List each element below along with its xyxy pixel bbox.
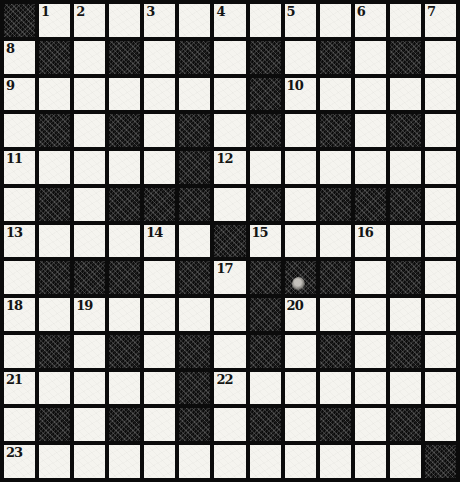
white-cell[interactable] (214, 188, 245, 221)
white-cell[interactable] (355, 151, 386, 184)
black-cell (179, 151, 210, 184)
white-cell[interactable] (109, 4, 140, 37)
white-cell[interactable] (320, 151, 351, 184)
clue-number: 2 (76, 4, 84, 19)
white-cell[interactable] (390, 298, 421, 331)
black-cell (390, 188, 421, 221)
clue-number: 16 (357, 225, 373, 240)
white-cell[interactable]: 9 (4, 78, 35, 111)
black-cell (320, 114, 351, 147)
black-cell (214, 225, 245, 258)
clue-number: 8 (6, 41, 14, 56)
white-cell[interactable] (4, 335, 35, 368)
clue-number: 9 (6, 78, 14, 93)
white-cell[interactable] (214, 78, 245, 111)
black-cell (355, 188, 386, 221)
black-cell (144, 188, 175, 221)
white-cell[interactable] (74, 151, 105, 184)
white-cell[interactable] (355, 41, 386, 74)
white-cell[interactable] (214, 445, 245, 478)
white-cell[interactable]: 2 (74, 4, 105, 37)
white-cell[interactable] (4, 261, 35, 294)
white-cell[interactable] (425, 188, 456, 221)
white-cell[interactable] (285, 335, 316, 368)
white-cell[interactable] (285, 408, 316, 441)
white-cell[interactable] (144, 335, 175, 368)
white-cell[interactable] (109, 445, 140, 478)
white-cell[interactable] (285, 225, 316, 258)
white-cell[interactable] (250, 151, 281, 184)
white-cell[interactable] (144, 408, 175, 441)
white-cell[interactable] (214, 298, 245, 331)
white-cell[interactable] (425, 372, 456, 405)
white-cell[interactable] (4, 188, 35, 221)
clue-number: 6 (357, 4, 365, 19)
white-cell[interactable]: 10 (285, 78, 316, 111)
white-cell[interactable]: 17 (214, 261, 245, 294)
white-cell[interactable] (285, 41, 316, 74)
black-cell (250, 78, 281, 111)
white-cell[interactable] (355, 372, 386, 405)
black-cell (109, 408, 140, 441)
white-cell[interactable] (144, 41, 175, 74)
black-cell (390, 261, 421, 294)
clue-number: 14 (146, 225, 162, 240)
white-cell[interactable]: 11 (4, 151, 35, 184)
white-cell[interactable]: 3 (144, 4, 175, 37)
black-cell (109, 188, 140, 221)
black-cell (4, 4, 35, 37)
white-cell[interactable] (390, 78, 421, 111)
clue-number: 17 (216, 261, 232, 276)
white-cell[interactable] (390, 445, 421, 478)
black-cell (179, 188, 210, 221)
white-cell[interactable] (285, 188, 316, 221)
white-cell[interactable]: 19 (74, 298, 105, 331)
white-cell[interactable] (74, 78, 105, 111)
black-cell (320, 41, 351, 74)
white-cell[interactable] (39, 298, 70, 331)
black-cell (250, 408, 281, 441)
white-cell[interactable] (109, 225, 140, 258)
white-cell[interactable] (179, 225, 210, 258)
black-cell (109, 261, 140, 294)
white-cell[interactable] (425, 261, 456, 294)
white-cell[interactable] (425, 298, 456, 331)
white-cell[interactable] (355, 78, 386, 111)
white-cell[interactable] (320, 298, 351, 331)
white-cell[interactable]: 14 (144, 225, 175, 258)
white-cell[interactable]: 5 (285, 4, 316, 37)
white-cell[interactable] (109, 151, 140, 184)
white-cell[interactable] (4, 408, 35, 441)
black-cell (179, 41, 210, 74)
black-cell (179, 114, 210, 147)
white-cell[interactable]: 6 (355, 4, 386, 37)
white-cell[interactable] (285, 445, 316, 478)
black-cell (109, 335, 140, 368)
white-cell[interactable]: 12 (214, 151, 245, 184)
white-cell[interactable] (425, 225, 456, 258)
white-cell[interactable] (355, 335, 386, 368)
clue-number: 19 (76, 298, 92, 313)
white-cell[interactable] (425, 78, 456, 111)
white-cell[interactable] (39, 445, 70, 478)
black-cell (250, 41, 281, 74)
white-cell[interactable] (74, 114, 105, 147)
white-cell[interactable] (109, 78, 140, 111)
black-cell (320, 188, 351, 221)
white-cell[interactable] (250, 445, 281, 478)
white-cell[interactable]: 21 (4, 372, 35, 405)
white-cell[interactable] (144, 78, 175, 111)
white-cell[interactable] (74, 188, 105, 221)
white-cell[interactable] (144, 445, 175, 478)
white-cell[interactable] (39, 372, 70, 405)
clue-number: 5 (287, 4, 295, 19)
clue-number: 22 (216, 372, 232, 387)
black-cell (179, 408, 210, 441)
clue-number: 11 (6, 151, 22, 166)
clue-number: 18 (6, 298, 22, 313)
white-cell[interactable] (214, 41, 245, 74)
black-cell (179, 372, 210, 405)
black-cell (250, 335, 281, 368)
white-cell[interactable] (320, 225, 351, 258)
white-cell[interactable] (144, 372, 175, 405)
white-cell[interactable] (390, 372, 421, 405)
white-cell[interactable] (390, 151, 421, 184)
black-cell (390, 408, 421, 441)
white-cell[interactable] (425, 151, 456, 184)
black-cell (250, 114, 281, 147)
white-cell[interactable] (320, 78, 351, 111)
white-cell[interactable] (425, 114, 456, 147)
black-cell (39, 188, 70, 221)
white-cell[interactable] (179, 78, 210, 111)
white-cell[interactable] (285, 372, 316, 405)
white-cell[interactable] (285, 114, 316, 147)
white-cell[interactable] (390, 225, 421, 258)
white-cell[interactable] (214, 114, 245, 147)
white-cell[interactable] (355, 298, 386, 331)
white-cell[interactable] (214, 335, 245, 368)
black-cell (39, 261, 70, 294)
black-cell (39, 114, 70, 147)
black-cell (250, 188, 281, 221)
white-cell[interactable] (39, 151, 70, 184)
clue-number: 15 (252, 225, 268, 240)
white-cell[interactable] (39, 78, 70, 111)
black-cell (390, 114, 421, 147)
white-cell[interactable] (355, 114, 386, 147)
white-cell[interactable] (144, 298, 175, 331)
white-cell[interactable] (390, 4, 421, 37)
crossword-board: 1234567891011121314151617181920212223 (0, 0, 460, 482)
white-cell[interactable] (179, 298, 210, 331)
white-cell[interactable]: 20 (285, 298, 316, 331)
black-cell (320, 261, 351, 294)
white-cell[interactable] (320, 445, 351, 478)
black-cell (250, 298, 281, 331)
clue-number: 21 (6, 372, 22, 387)
white-cell[interactable]: 15 (250, 225, 281, 258)
black-cell (320, 335, 351, 368)
black-cell (320, 408, 351, 441)
clue-number: 7 (427, 4, 435, 19)
white-cell[interactable]: 8 (4, 41, 35, 74)
black-cell (39, 408, 70, 441)
white-cell[interactable] (320, 4, 351, 37)
white-cell[interactable]: 18 (4, 298, 35, 331)
white-cell[interactable]: 16 (355, 225, 386, 258)
black-cell (390, 41, 421, 74)
white-cell[interactable] (250, 372, 281, 405)
white-cell[interactable]: 7 (425, 4, 456, 37)
white-cell[interactable] (144, 261, 175, 294)
clue-number: 10 (287, 78, 303, 93)
white-cell[interactable] (74, 41, 105, 74)
white-cell[interactable]: 13 (4, 225, 35, 258)
white-cell[interactable]: 1 (39, 4, 70, 37)
white-cell[interactable] (355, 408, 386, 441)
black-cell (74, 261, 105, 294)
white-cell[interactable] (320, 372, 351, 405)
page: 1234567891011121314151617181920212223 (0, 0, 460, 482)
white-cell[interactable] (285, 151, 316, 184)
white-cell[interactable] (39, 225, 70, 258)
clue-number: 13 (6, 225, 22, 240)
white-cell[interactable] (250, 4, 281, 37)
black-cell (390, 335, 421, 368)
white-cell[interactable] (425, 335, 456, 368)
white-cell[interactable] (425, 41, 456, 74)
white-cell[interactable] (355, 261, 386, 294)
clue-number: 4 (216, 4, 224, 19)
white-cell[interactable] (355, 445, 386, 478)
black-cell (285, 261, 316, 294)
black-cell (179, 261, 210, 294)
clue-number: 20 (287, 298, 303, 313)
white-cell[interactable] (74, 408, 105, 441)
white-cell[interactable] (4, 114, 35, 147)
white-cell[interactable] (109, 298, 140, 331)
white-cell[interactable]: 23 (4, 445, 35, 478)
black-cell (109, 41, 140, 74)
white-cell[interactable] (74, 445, 105, 478)
white-cell[interactable] (179, 445, 210, 478)
clue-number: 1 (41, 4, 49, 19)
white-cell[interactable] (144, 151, 175, 184)
white-cell[interactable] (74, 335, 105, 368)
white-cell[interactable] (179, 4, 210, 37)
black-cell (179, 335, 210, 368)
black-cell (250, 261, 281, 294)
clue-number: 12 (216, 151, 232, 166)
white-cell[interactable] (109, 372, 140, 405)
clue-number: 3 (146, 4, 154, 19)
clue-number: 23 (6, 445, 22, 460)
white-cell[interactable]: 22 (214, 372, 245, 405)
black-cell (425, 445, 456, 478)
white-cell[interactable] (214, 408, 245, 441)
white-cell[interactable] (74, 372, 105, 405)
black-cell (39, 335, 70, 368)
white-cell[interactable] (425, 408, 456, 441)
black-cell (39, 41, 70, 74)
black-cell (109, 114, 140, 147)
white-cell[interactable] (144, 114, 175, 147)
white-cell[interactable]: 4 (214, 4, 245, 37)
white-cell[interactable] (74, 225, 105, 258)
